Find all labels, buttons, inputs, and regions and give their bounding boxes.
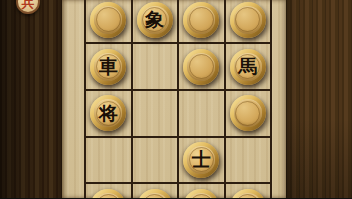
- piece-label: 士: [192, 150, 211, 169]
- hidden-piece[interactable]: [90, 2, 126, 38]
- table-wood-right: [286, 0, 352, 198]
- piece-face: 車: [94, 53, 122, 81]
- hidden-piece[interactable]: [230, 189, 266, 199]
- grid-line-horizontal: [84, 136, 272, 138]
- piece-label: 馬: [238, 57, 257, 76]
- piece-general[interactable]: 将: [90, 95, 126, 131]
- piece-back: [234, 193, 262, 199]
- piece-back: [94, 193, 122, 199]
- grid-line-horizontal: [84, 89, 272, 91]
- table-wood-left: [0, 0, 62, 198]
- hidden-piece[interactable]: [137, 189, 173, 199]
- hidden-piece[interactable]: [230, 2, 266, 38]
- piece-advisor[interactable]: 士: [183, 142, 219, 178]
- hidden-piece[interactable]: [183, 2, 219, 38]
- piece-horse[interactable]: 馬: [230, 49, 266, 85]
- piece-face: 馬: [234, 53, 262, 81]
- piece-elephant[interactable]: 象: [137, 2, 173, 38]
- hidden-piece[interactable]: [183, 49, 219, 85]
- grid-line-vertical: [224, 0, 226, 198]
- piece-label: 象: [145, 10, 164, 29]
- piece-face: 将: [94, 99, 122, 127]
- grid-line-vertical: [177, 0, 179, 198]
- piece-label: 車: [99, 57, 118, 76]
- piece-back: [94, 6, 122, 34]
- grid-line-horizontal: [84, 182, 272, 184]
- piece-back: [234, 99, 262, 127]
- hidden-piece[interactable]: [90, 189, 126, 199]
- grid-line-vertical: [131, 0, 133, 198]
- piece-face: 士: [187, 146, 215, 174]
- hidden-piece[interactable]: [230, 95, 266, 131]
- piece-chariot[interactable]: 車: [90, 49, 126, 85]
- piece-back: [187, 6, 215, 34]
- grid-line-horizontal: [84, 42, 272, 44]
- hidden-piece[interactable]: [183, 189, 219, 199]
- game-table: 象車馬将士 兵: [0, 0, 352, 198]
- piece-back: [141, 193, 169, 199]
- piece-back: [234, 6, 262, 34]
- captured-piece-label: 兵: [22, 0, 35, 9]
- piece-back: [187, 53, 215, 81]
- grid-line-vertical: [270, 0, 272, 198]
- xiangqi-dark-chess-board[interactable]: 象車馬将士: [62, 0, 286, 198]
- piece-back: [187, 193, 215, 199]
- piece-label: 将: [99, 103, 118, 122]
- grid-line-vertical: [84, 0, 86, 198]
- piece-face: 象: [141, 6, 169, 34]
